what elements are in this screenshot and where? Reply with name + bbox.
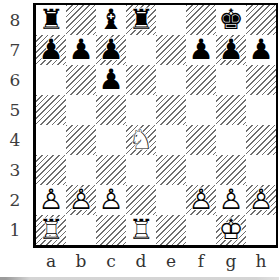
square-a2[interactable]: ♟♙ — [36, 185, 66, 215]
chess-board: ♜♝♜♚♟♟♟♟♟♟♟♞♘♟♙♟♙♟♙♟♙♟♙♟♙♜♖♜♖♚♔ — [33, 3, 278, 248]
square-a8[interactable]: ♜ — [36, 5, 66, 35]
file-label-h: h — [246, 249, 276, 273]
square-f7[interactable]: ♟ — [186, 35, 216, 65]
square-e5[interactable] — [156, 95, 186, 125]
square-c8[interactable]: ♝ — [96, 5, 126, 35]
rank-label-7: 7 — [0, 35, 30, 65]
square-g8[interactable]: ♚ — [216, 5, 246, 35]
white-pawn[interactable]: ♙ — [66, 185, 96, 215]
square-g2[interactable]: ♟♙ — [216, 185, 246, 215]
square-e1[interactable] — [156, 215, 186, 245]
square-e7[interactable] — [156, 35, 186, 65]
white-rook[interactable]: ♖ — [36, 215, 66, 245]
square-g5[interactable] — [216, 95, 246, 125]
square-e2[interactable] — [156, 185, 186, 215]
black-king[interactable]: ♚ — [216, 5, 246, 35]
square-h5[interactable] — [246, 95, 276, 125]
file-coordinates: abcdefgh — [36, 249, 276, 273]
file-label-e: e — [156, 249, 186, 273]
black-pawn[interactable]: ♟ — [66, 35, 96, 65]
rank-label-1: 1 — [0, 215, 30, 245]
white-pawn[interactable]: ♙ — [186, 185, 216, 215]
file-label-f: f — [186, 249, 216, 273]
square-h3[interactable] — [246, 155, 276, 185]
square-c1[interactable] — [96, 215, 126, 245]
square-d4[interactable]: ♞♘ — [126, 125, 156, 155]
rank-label-4: 4 — [0, 125, 30, 155]
file-label-c: c — [96, 249, 126, 273]
rank-label-5: 5 — [0, 95, 30, 125]
square-h4[interactable] — [246, 125, 276, 155]
square-f1[interactable] — [186, 215, 216, 245]
white-rook[interactable]: ♖ — [126, 215, 156, 245]
white-pawn[interactable]: ♙ — [36, 185, 66, 215]
square-a6[interactable] — [36, 65, 66, 95]
black-rook[interactable]: ♜ — [126, 5, 156, 35]
square-d8[interactable]: ♜ — [126, 5, 156, 35]
square-c2[interactable]: ♟♙ — [96, 185, 126, 215]
square-c4[interactable] — [96, 125, 126, 155]
black-pawn[interactable]: ♟ — [216, 35, 246, 65]
white-pawn[interactable]: ♙ — [96, 185, 126, 215]
rank-label-6: 6 — [0, 65, 30, 95]
white-knight[interactable]: ♘ — [126, 125, 156, 155]
black-bishop[interactable]: ♝ — [96, 5, 126, 35]
square-g3[interactable] — [216, 155, 246, 185]
file-label-a: a — [36, 249, 66, 273]
square-g1[interactable]: ♚♔ — [216, 215, 246, 245]
square-b7[interactable]: ♟ — [66, 35, 96, 65]
square-d1[interactable]: ♜♖ — [126, 215, 156, 245]
square-h2[interactable]: ♟♙ — [246, 185, 276, 215]
square-h6[interactable] — [246, 65, 276, 95]
rank-label-2: 2 — [0, 185, 30, 215]
black-pawn[interactable]: ♟ — [246, 35, 276, 65]
square-g6[interactable] — [216, 65, 246, 95]
square-d3[interactable] — [126, 155, 156, 185]
square-d2[interactable] — [126, 185, 156, 215]
square-b5[interactable] — [66, 95, 96, 125]
square-h1[interactable] — [246, 215, 276, 245]
rank-coordinates: 87654321 — [0, 5, 30, 245]
white-pawn[interactable]: ♙ — [216, 185, 246, 215]
rank-label-8: 8 — [0, 5, 30, 35]
square-a5[interactable] — [36, 95, 66, 125]
square-b3[interactable] — [66, 155, 96, 185]
square-b2[interactable]: ♟♙ — [66, 185, 96, 215]
square-e8[interactable] — [156, 5, 186, 35]
square-d6[interactable] — [126, 65, 156, 95]
black-rook[interactable]: ♜ — [36, 5, 66, 35]
square-a4[interactable] — [36, 125, 66, 155]
black-pawn[interactable]: ♟ — [36, 35, 66, 65]
file-label-b: b — [66, 249, 96, 273]
square-f4[interactable] — [186, 125, 216, 155]
white-king[interactable]: ♔ — [216, 215, 246, 245]
square-h7[interactable]: ♟ — [246, 35, 276, 65]
black-pawn[interactable]: ♟ — [96, 35, 126, 65]
file-label-g: g — [216, 249, 246, 273]
square-e6[interactable] — [156, 65, 186, 95]
square-f5[interactable] — [186, 95, 216, 125]
square-g7[interactable]: ♟ — [216, 35, 246, 65]
black-pawn[interactable]: ♟ — [186, 35, 216, 65]
square-c5[interactable] — [96, 95, 126, 125]
square-c6[interactable]: ♟ — [96, 65, 126, 95]
black-pawn[interactable]: ♟ — [96, 65, 126, 95]
square-f6[interactable] — [186, 65, 216, 95]
square-d7[interactable] — [126, 35, 156, 65]
chess-diagram: 87654321 ♜♝♜♚♟♟♟♟♟♟♟♞♘♟♙♟♙♟♙♟♙♟♙♟♙♜♖♜♖♚♔… — [0, 0, 279, 280]
square-g4[interactable] — [216, 125, 246, 155]
file-label-d: d — [126, 249, 156, 273]
square-c3[interactable] — [96, 155, 126, 185]
square-f8[interactable] — [186, 5, 216, 35]
square-a3[interactable] — [36, 155, 66, 185]
square-b8[interactable] — [66, 5, 96, 35]
square-c7[interactable]: ♟ — [96, 35, 126, 65]
white-pawn[interactable]: ♙ — [246, 185, 276, 215]
square-d5[interactable] — [126, 95, 156, 125]
square-e4[interactable] — [156, 125, 186, 155]
square-b6[interactable] — [66, 65, 96, 95]
rank-label-3: 3 — [0, 155, 30, 185]
square-f2[interactable]: ♟♙ — [186, 185, 216, 215]
square-a1[interactable]: ♜♖ — [36, 215, 66, 245]
square-e3[interactable] — [156, 155, 186, 185]
square-a7[interactable]: ♟ — [36, 35, 66, 65]
square-b4[interactable] — [66, 125, 96, 155]
square-b1[interactable] — [66, 215, 96, 245]
square-h8[interactable] — [246, 5, 276, 35]
square-f3[interactable] — [186, 155, 216, 185]
